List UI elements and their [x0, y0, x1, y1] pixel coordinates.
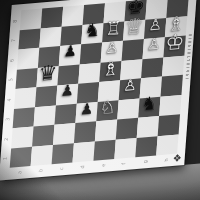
rank-label-2: 2	[4, 137, 9, 141]
square-f2	[116, 118, 138, 139]
square-e2	[95, 120, 117, 141]
square-b1	[31, 144, 53, 165]
square-g5	[141, 57, 163, 78]
piece-bP-c4: ♟	[60, 83, 75, 99]
square-h4	[161, 75, 183, 96]
square-c4: ♟	[56, 84, 78, 105]
square-c8	[62, 5, 84, 26]
piece-bN-g3: ♞	[141, 94, 158, 114]
piece-wR-e7: ♖	[105, 19, 122, 39]
square-e3: ♘	[96, 100, 118, 121]
piece-bN-d7: ♞	[84, 21, 101, 41]
square-f7: ♕	[123, 19, 145, 40]
file-label-a: a	[17, 171, 22, 175]
square-c6: ♟	[59, 44, 81, 65]
square-f6	[122, 39, 144, 60]
chessboard: ♚♞♖♕♙♗♟♙♙♔♛♗♟♙♟♘♞ ❖ 12345678abcdefgh	[0, 0, 197, 181]
square-d2	[74, 121, 96, 142]
square-d1	[73, 141, 95, 162]
square-c2	[53, 123, 75, 144]
square-g2	[137, 116, 159, 137]
square-e5: ♗	[99, 60, 121, 81]
piece-wB-e5: ♗	[101, 58, 119, 79]
square-h6: ♔	[163, 35, 185, 56]
rank-label-6: 6	[10, 58, 15, 62]
square-a5	[16, 67, 38, 88]
square-a4	[14, 87, 36, 108]
rank-label-3: 3	[5, 117, 10, 121]
file-label-g: g	[143, 160, 148, 164]
square-g6: ♙	[143, 37, 165, 58]
square-a7	[18, 28, 40, 49]
square-d6	[80, 43, 102, 64]
square-a3	[13, 107, 35, 128]
square-h2	[158, 114, 180, 135]
square-b5: ♛	[36, 66, 58, 87]
file-label-d: d	[80, 165, 85, 169]
square-a1	[10, 146, 32, 167]
piece-wN-e3: ♘	[99, 98, 116, 118]
piece-wQ-f7: ♕	[124, 16, 144, 39]
corner-logo-icon: ❖	[171, 152, 183, 164]
square-a2	[11, 127, 33, 148]
piece-wP-e6: ♙	[105, 40, 120, 56]
square-a6	[17, 48, 39, 69]
piece-bP-d3: ♟	[80, 101, 95, 117]
brand-text-strip	[185, 34, 192, 81]
chessboard-photo: ♚♞♖♕♙♗♟♙♙♔♛♗♟♙♟♘♞ ❖ 12345678abcdefgh	[0, 0, 200, 200]
square-f3	[117, 98, 139, 119]
square-b7	[39, 26, 61, 47]
piece-wP-g6: ♙	[147, 37, 162, 53]
square-b4	[35, 85, 57, 106]
square-d5	[78, 62, 100, 83]
rank-label-7: 7	[11, 39, 16, 43]
board-grid: ♚♞♖♕♙♗♟♙♙♔♛♗♟♙♟♘♞	[10, 0, 189, 168]
square-b2	[32, 125, 54, 146]
piece-bQ-b5: ♛	[38, 62, 58, 85]
square-h5	[162, 55, 184, 76]
square-d3: ♟	[75, 102, 97, 123]
piece-bP-c6: ♟	[63, 44, 78, 60]
square-b8	[41, 7, 63, 28]
rank-label-1: 1	[2, 157, 7, 161]
square-a8	[20, 8, 42, 29]
piece-wP-g7: ♙	[148, 17, 163, 33]
square-g3: ♞	[138, 96, 160, 117]
file-label-h: h	[164, 158, 169, 162]
square-e1	[93, 139, 115, 160]
file-label-b: b	[38, 169, 43, 173]
square-c1	[52, 143, 74, 164]
file-label-e: e	[101, 164, 106, 168]
rank-label-5: 5	[8, 78, 13, 82]
square-b3	[34, 105, 56, 126]
file-label-c: c	[59, 167, 64, 170]
square-h3	[159, 95, 181, 116]
square-f1	[114, 137, 136, 158]
square-c3	[54, 103, 76, 124]
square-f4: ♙	[119, 78, 141, 99]
rank-label-4: 4	[7, 98, 12, 102]
square-d7: ♞	[81, 23, 103, 44]
piece-wK-h6: ♔	[165, 32, 185, 55]
square-g1	[135, 136, 157, 157]
file-label-f: f	[121, 163, 126, 165]
rank-label-8: 8	[13, 19, 18, 23]
piece-wP-f4: ♙	[123, 78, 138, 94]
